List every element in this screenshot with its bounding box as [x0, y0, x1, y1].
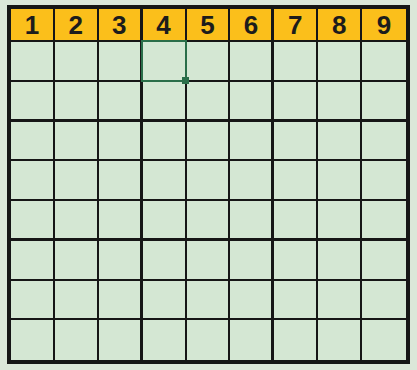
cell-r8c8[interactable]: [318, 281, 362, 321]
cell-r8c3[interactable]: [99, 281, 143, 321]
cell-r8c7[interactable]: [274, 281, 318, 321]
cell-r7c2[interactable]: [55, 241, 99, 281]
cell-r9c5[interactable]: [187, 320, 231, 360]
cell-r6c5[interactable]: [187, 201, 231, 241]
cell-r8c2[interactable]: [55, 281, 99, 321]
cell-r3c3[interactable]: [99, 82, 143, 122]
cell-r5c7[interactable]: [274, 161, 318, 201]
cell-r1c3[interactable]: 3: [99, 9, 143, 42]
cell-r3c7[interactable]: [274, 82, 318, 122]
cell-r2c7[interactable]: [274, 42, 318, 82]
cell-r9c2[interactable]: [55, 320, 99, 360]
cell-r7c4[interactable]: [143, 241, 187, 281]
cell-r1c7[interactable]: 7: [274, 9, 318, 42]
cell-r3c1[interactable]: [11, 82, 55, 122]
cell-r5c9[interactable]: [362, 161, 406, 201]
cell-r4c8[interactable]: [318, 122, 362, 162]
cell-r5c1[interactable]: [11, 161, 55, 201]
cell-r3c6[interactable]: [230, 82, 274, 122]
cell-r9c8[interactable]: [318, 320, 362, 360]
cell-r1c5[interactable]: 5: [187, 9, 231, 42]
cell-r5c4[interactable]: [143, 161, 187, 201]
cell-cursor: [141, 40, 187, 82]
cell-r8c9[interactable]: [362, 281, 406, 321]
cell-r7c9[interactable]: [362, 241, 406, 281]
cell-r2c6[interactable]: [230, 42, 274, 82]
cell-r7c6[interactable]: [230, 241, 274, 281]
cell-r9c6[interactable]: [230, 320, 274, 360]
cell-r1c1[interactable]: 1: [11, 9, 55, 42]
cell-r4c3[interactable]: [99, 122, 143, 162]
cell-r4c7[interactable]: [274, 122, 318, 162]
cell-r3c8[interactable]: [318, 82, 362, 122]
cell-r7c5[interactable]: [187, 241, 231, 281]
cell-r1c9[interactable]: 9: [362, 9, 406, 42]
cell-r9c7[interactable]: [274, 320, 318, 360]
cell-r4c6[interactable]: [230, 122, 274, 162]
cell-r4c9[interactable]: [362, 122, 406, 162]
cell-r2c9[interactable]: [362, 42, 406, 82]
cell-r2c8[interactable]: [318, 42, 362, 82]
cell-r5c3[interactable]: [99, 161, 143, 201]
cell-r2c5[interactable]: [187, 42, 231, 82]
cell-r9c9[interactable]: [362, 320, 406, 360]
cell-r6c2[interactable]: [55, 201, 99, 241]
cell-r4c5[interactable]: [187, 122, 231, 162]
cell-r2c1[interactable]: [11, 42, 55, 82]
cell-r8c4[interactable]: [143, 281, 187, 321]
cell-r1c4[interactable]: 4: [143, 9, 187, 42]
cell-r7c7[interactable]: [274, 241, 318, 281]
cell-r9c4[interactable]: [143, 320, 187, 360]
cell-r3c2[interactable]: [55, 82, 99, 122]
cell-r4c4[interactable]: [143, 122, 187, 162]
sudoku-board: 123456789: [7, 5, 410, 364]
cell-r5c2[interactable]: [55, 161, 99, 201]
cell-r5c5[interactable]: [187, 161, 231, 201]
cell-r6c9[interactable]: [362, 201, 406, 241]
cell-r1c6[interactable]: 6: [230, 9, 274, 42]
cell-r2c3[interactable]: [99, 42, 143, 82]
cell-r6c8[interactable]: [318, 201, 362, 241]
cell-r4c2[interactable]: [55, 122, 99, 162]
cell-r1c2[interactable]: 2: [55, 9, 99, 42]
cell-r5c6[interactable]: [230, 161, 274, 201]
cell-r6c4[interactable]: [143, 201, 187, 241]
cell-r3c9[interactable]: [362, 82, 406, 122]
spreadsheet-canvas: { "game": "sudoku", "position": [ "12345…: [0, 0, 417, 370]
cell-r8c5[interactable]: [187, 281, 231, 321]
cell-r6c1[interactable]: [11, 201, 55, 241]
cell-r4c1[interactable]: [11, 122, 55, 162]
cell-r5c8[interactable]: [318, 161, 362, 201]
cell-r3c5[interactable]: [187, 82, 231, 122]
cell-r7c1[interactable]: [11, 241, 55, 281]
cell-r9c3[interactable]: [99, 320, 143, 360]
cell-r1c8[interactable]: 8: [318, 9, 362, 42]
cell-r2c4[interactable]: [143, 42, 187, 82]
cell-r8c1[interactable]: [11, 281, 55, 321]
fill-handle[interactable]: [182, 77, 189, 84]
cell-r9c1[interactable]: [11, 320, 55, 360]
cell-r7c3[interactable]: [99, 241, 143, 281]
cell-r6c7[interactable]: [274, 201, 318, 241]
cell-r3c4[interactable]: [143, 82, 187, 122]
cell-r6c6[interactable]: [230, 201, 274, 241]
cell-r6c3[interactable]: [99, 201, 143, 241]
cell-r2c2[interactable]: [55, 42, 99, 82]
cell-r8c6[interactable]: [230, 281, 274, 321]
cell-r7c8[interactable]: [318, 241, 362, 281]
